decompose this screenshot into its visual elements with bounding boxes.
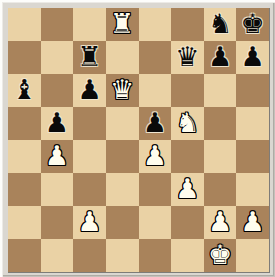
piece-white-rook[interactable]: ♜: [110, 10, 134, 37]
piece-black-bishop[interactable]: ♝: [12, 76, 36, 103]
square-g4[interactable]: [204, 140, 237, 173]
square-a1[interactable]: [8, 239, 41, 272]
square-h7[interactable]: ♟: [236, 41, 269, 74]
square-e1[interactable]: [139, 239, 172, 272]
square-e8[interactable]: [139, 8, 172, 41]
square-c3[interactable]: [73, 173, 106, 206]
square-g7[interactable]: ♟: [204, 41, 237, 74]
square-h2[interactable]: ♟: [236, 206, 269, 239]
square-a2[interactable]: [8, 206, 41, 239]
square-e3[interactable]: [139, 173, 172, 206]
square-b1[interactable]: [41, 239, 74, 272]
square-g6[interactable]: [204, 74, 237, 107]
square-d2[interactable]: [106, 206, 139, 239]
square-f8[interactable]: [171, 8, 204, 41]
square-b3[interactable]: [41, 173, 74, 206]
square-b2[interactable]: [41, 206, 74, 239]
square-f3[interactable]: ♟: [171, 173, 204, 206]
square-c1[interactable]: [73, 239, 106, 272]
piece-white-pawn[interactable]: ♟: [143, 142, 167, 169]
square-h1[interactable]: [236, 239, 269, 272]
square-f1[interactable]: [171, 239, 204, 272]
piece-black-queen[interactable]: ♛: [175, 43, 199, 70]
square-c5[interactable]: [73, 107, 106, 140]
square-b5[interactable]: ♟: [41, 107, 74, 140]
square-f5[interactable]: ♞: [171, 107, 204, 140]
square-d4[interactable]: [106, 140, 139, 173]
square-g1[interactable]: ♚: [204, 239, 237, 272]
square-a8[interactable]: [8, 8, 41, 41]
square-d7[interactable]: [106, 41, 139, 74]
square-h6[interactable]: [236, 74, 269, 107]
piece-black-pawn[interactable]: ♟: [45, 109, 69, 136]
piece-white-knight[interactable]: ♞: [175, 109, 199, 136]
square-a4[interactable]: [8, 140, 41, 173]
piece-black-king[interactable]: ♚: [241, 10, 265, 37]
piece-white-pawn[interactable]: ♟: [77, 208, 101, 235]
square-a5[interactable]: [8, 107, 41, 140]
square-a6[interactable]: ♝: [8, 74, 41, 107]
square-f2[interactable]: [171, 206, 204, 239]
piece-black-pawn[interactable]: ♟: [208, 43, 232, 70]
square-g8[interactable]: ♞: [204, 8, 237, 41]
square-d3[interactable]: [106, 173, 139, 206]
piece-black-pawn[interactable]: ♟: [241, 43, 265, 70]
piece-black-pawn[interactable]: ♟: [143, 109, 167, 136]
piece-white-queen[interactable]: ♛: [110, 76, 134, 103]
piece-white-king[interactable]: ♚: [208, 241, 232, 268]
piece-white-pawn[interactable]: ♟: [175, 175, 199, 202]
square-e5[interactable]: ♟: [139, 107, 172, 140]
square-e4[interactable]: ♟: [139, 140, 172, 173]
square-f7[interactable]: ♛: [171, 41, 204, 74]
square-b8[interactable]: [41, 8, 74, 41]
piece-white-pawn[interactable]: ♟: [45, 142, 69, 169]
piece-black-pawn[interactable]: ♟: [77, 76, 101, 103]
chess-board: ♜♞♚♜♛♟♟♝♟♛♟♟♞♟♟♟♟♟♟♚: [8, 8, 270, 273]
piece-white-pawn[interactable]: ♟: [208, 208, 232, 235]
square-a7[interactable]: [8, 41, 41, 74]
square-c7[interactable]: ♜: [73, 41, 106, 74]
square-d1[interactable]: [106, 239, 139, 272]
square-g3[interactable]: [204, 173, 237, 206]
square-b4[interactable]: ♟: [41, 140, 74, 173]
square-c8[interactable]: [73, 8, 106, 41]
square-a3[interactable]: [8, 173, 41, 206]
square-h3[interactable]: [236, 173, 269, 206]
square-h8[interactable]: ♚: [236, 8, 269, 41]
square-f4[interactable]: [171, 140, 204, 173]
board-frame: ♜♞♚♜♛♟♟♝♟♛♟♟♞♟♟♟♟♟♟♚: [0, 0, 275, 277]
square-f6[interactable]: [171, 74, 204, 107]
square-c4[interactable]: [73, 140, 106, 173]
square-b7[interactable]: [41, 41, 74, 74]
square-g5[interactable]: [204, 107, 237, 140]
square-g2[interactable]: ♟: [204, 206, 237, 239]
square-d8[interactable]: ♜: [106, 8, 139, 41]
piece-black-rook[interactable]: ♜: [77, 43, 101, 70]
piece-black-knight[interactable]: ♞: [208, 10, 232, 37]
square-h4[interactable]: [236, 140, 269, 173]
piece-white-pawn[interactable]: ♟: [241, 208, 265, 235]
square-c6[interactable]: ♟: [73, 74, 106, 107]
square-h5[interactable]: [236, 107, 269, 140]
square-e6[interactable]: [139, 74, 172, 107]
square-e2[interactable]: [139, 206, 172, 239]
square-d5[interactable]: [106, 107, 139, 140]
square-c2[interactable]: ♟: [73, 206, 106, 239]
square-e7[interactable]: [139, 41, 172, 74]
square-d6[interactable]: ♛: [106, 74, 139, 107]
square-b6[interactable]: [41, 74, 74, 107]
